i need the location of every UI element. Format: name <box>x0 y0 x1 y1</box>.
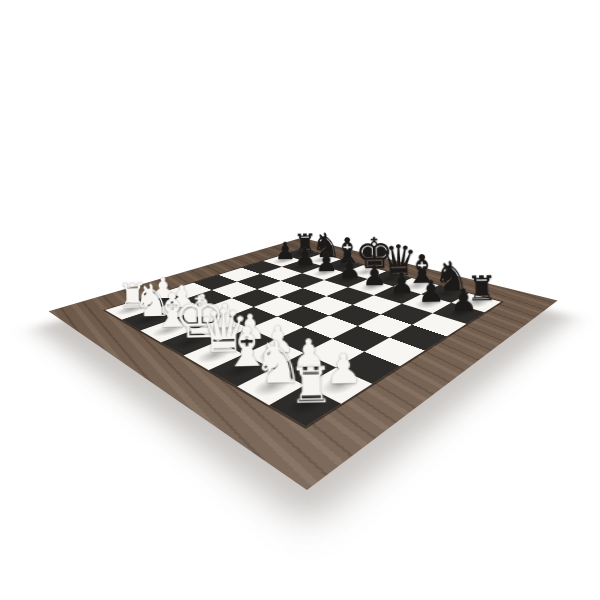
piece-black-bishop-f8: ♝ <box>332 235 361 267</box>
piece-white-rook-h1: ♜ <box>115 280 151 312</box>
square-e4 <box>254 297 303 316</box>
piece-black-knight-b8: ♞ <box>433 258 468 295</box>
piece-black-rook-h8: ♜ <box>291 232 318 256</box>
piece-black-rook-a8: ♜ <box>464 273 500 305</box>
perspective-tilt-wrapper: ♜♟♟♜♞♟♟♞♝♟♟♝♚♟♟♚♛♟♟♛♝♟♟♝♞♟♟♞♜♟♟♜ <box>0 0 600 600</box>
piece-black-knight-g8: ♞ <box>311 231 339 262</box>
scene: ♜♟♟♜♞♟♟♞♝♟♟♝♚♟♟♚♛♟♟♛♝♟♟♝♞♟♟♞♜♟♟♜ <box>0 0 600 600</box>
piece-black-bishop-c8: ♝ <box>405 252 438 288</box>
square-f2: ♟ <box>174 308 226 329</box>
piece-black-queen-d8: ♛ <box>379 241 411 280</box>
square-e5 <box>279 288 326 306</box>
square-a1: ♜ <box>269 385 341 426</box>
piece-black-king-e8: ♚ <box>355 234 386 273</box>
